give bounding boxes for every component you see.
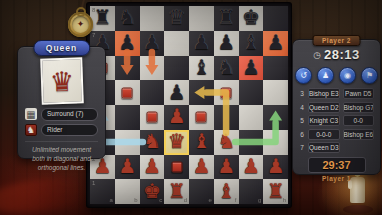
square-e5[interactable] [189, 80, 214, 105]
square-h6[interactable] [263, 56, 288, 81]
square-f5[interactable] [214, 80, 239, 105]
square-c6[interactable] [140, 56, 165, 81]
square-g1[interactable]: g [239, 179, 264, 204]
square-b6[interactable] [115, 56, 140, 81]
move-white: Queen D2 [308, 102, 340, 113]
game-screen: ✦ ♜8♞♛♜♚♟7♟♟♟♟♝♟6♝♞♟5♟4♟3♞♛♝♞♟2♟♟♟♟♟♟1ab… [0, 0, 382, 215]
flag-button[interactable]: ⚑ [361, 67, 378, 84]
square-e7[interactable]: ♟ [189, 31, 214, 56]
square-h5[interactable] [263, 80, 288, 105]
square-c8[interactable] [140, 6, 165, 31]
square-g2[interactable]: ♟ [239, 155, 264, 180]
file-label-b: b [134, 197, 137, 203]
square-c3[interactable]: ♞ [140, 130, 165, 155]
file-label-d: d [184, 197, 187, 203]
square-g4[interactable] [239, 105, 264, 130]
rank-label-1: 1 [92, 180, 95, 186]
move-number: 4 [299, 104, 305, 111]
square-f2[interactable]: ♟ [214, 155, 239, 180]
square-f4[interactable] [214, 105, 239, 130]
square-h7[interactable]: ♟ [263, 31, 288, 56]
square-g3[interactable] [239, 130, 264, 155]
game-side-panel: Player 2 ◷ 28:13 ↺♟◉⚑ 3Bishop E3Pawn D54… [292, 39, 381, 175]
square-e2[interactable]: ♟ [189, 155, 214, 180]
square-d2[interactable] [164, 155, 189, 180]
red-pawn-d4: ♟ [168, 106, 186, 126]
square-c7[interactable]: ♟ [140, 31, 165, 56]
file-label-h: h [283, 197, 286, 203]
view-button[interactable]: ◉ [339, 67, 356, 84]
player2-label: Player 2 [312, 35, 361, 46]
move-row-7: 7Queen D3 [299, 142, 374, 153]
square-g8[interactable]: ♚ [239, 6, 264, 31]
move-row-3: 3Bishop E3Pawn D5 [299, 88, 374, 99]
rider-icon: ♞ [25, 124, 37, 136]
move-list: 3Bishop E3Pawn D54Queen D2Bishop G75Knig… [299, 88, 374, 153]
compass-decoration: ✦ [68, 12, 93, 37]
square-g6[interactable]: ♟ [239, 56, 264, 81]
hint-button[interactable]: ♟ [317, 67, 334, 84]
square-b7[interactable]: ♟ [115, 31, 140, 56]
red-pawn-c2: ♟ [143, 156, 161, 176]
square-e1[interactable]: e [189, 179, 214, 204]
square-e8[interactable] [189, 6, 214, 31]
square-c2[interactable]: ♟ [140, 155, 165, 180]
file-label-e: e [208, 197, 211, 203]
move-number: 6 [299, 131, 305, 138]
square-e3[interactable]: ♝ [189, 130, 214, 155]
move-black: Bishop E6 [343, 129, 375, 140]
board-squares: ♜8♞♛♜♚♟7♟♟♟♟♝♟6♝♞♟5♟4♟3♞♛♝♞♟2♟♟♟♟♟♟1ab♚c… [90, 6, 288, 204]
piece-portrait: ♛ [40, 57, 84, 104]
player1-time: 29:37 [308, 157, 366, 173]
move-number: 5 [299, 117, 305, 124]
square-h2[interactable]: ♟ [263, 155, 288, 180]
red-king-c1: ♚ [143, 181, 161, 201]
square-d6[interactable] [164, 56, 189, 81]
square-d7[interactable] [164, 31, 189, 56]
red-queen-d3: ♛ [168, 131, 186, 151]
square-d5[interactable]: ♟ [164, 80, 189, 105]
move-white: Queen D3 [308, 142, 340, 153]
square-a1[interactable]: 1a [90, 179, 115, 204]
black-pawn-f7: ♟ [217, 32, 235, 52]
red-pawn-g2: ♟ [242, 156, 260, 176]
move-marker-c4 [146, 112, 157, 123]
square-a8[interactable]: ♜8 [90, 6, 115, 31]
square-f3[interactable]: ♞ [214, 130, 239, 155]
move-white: Bishop E3 [308, 88, 340, 99]
candle-holder [343, 205, 373, 214]
red-pawn-e2: ♟ [192, 156, 210, 176]
control-buttons: ↺♟◉⚑ [293, 67, 380, 84]
rank-label-7: 7 [92, 32, 95, 38]
move-white: Knight C3 [308, 115, 340, 126]
move-black: Pawn D5 [343, 88, 375, 99]
compass-face-icon: ✦ [72, 16, 89, 33]
square-c1[interactable]: ♚c [140, 179, 165, 204]
black-king-g8: ♚ [242, 7, 260, 27]
black-knight-b8: ♞ [118, 7, 136, 27]
red-pawn-b2: ♟ [118, 156, 136, 176]
square-b1[interactable]: b [115, 179, 140, 204]
square-b3[interactable] [115, 130, 140, 155]
clock-icon: ◷ [313, 50, 321, 60]
black-rook-a8: ♜ [93, 7, 111, 27]
black-rook-f8: ♜ [217, 7, 235, 27]
black-pawn-c7: ♟ [143, 32, 161, 52]
black-queen-d8: ♛ [168, 7, 186, 27]
square-h8[interactable] [263, 6, 288, 31]
red-bishop-f1: ♝ [217, 181, 235, 201]
player2-time: 28:13 [324, 47, 360, 62]
red-pawn-f2: ♟ [217, 156, 235, 176]
red-knight-c3: ♞ [143, 131, 161, 151]
square-b4[interactable] [115, 105, 140, 130]
square-h1[interactable]: ♜h [263, 179, 288, 204]
square-f1[interactable]: ♝f [214, 179, 239, 204]
square-b8[interactable]: ♞ [115, 6, 140, 31]
square-d4[interactable]: ♟ [164, 105, 189, 130]
square-e4[interactable] [189, 105, 214, 130]
red-bishop-e3: ♝ [192, 131, 210, 151]
ability-label: Rider [41, 124, 98, 137]
move-black: Bishop G7 [343, 102, 375, 113]
file-label-a: a [109, 197, 112, 203]
ability-label: Surround (7) [41, 108, 98, 121]
rank-label-8: 8 [92, 7, 95, 13]
move-row-4: 4Queen D2Bishop G7 [299, 102, 374, 113]
square-f7[interactable]: ♟ [214, 31, 239, 56]
move-row-5: 5Knight C30-0 [299, 115, 374, 126]
player1-label: Player 1 [293, 175, 380, 182]
move-marker-b5 [122, 87, 133, 98]
black-pawn-d5: ♟ [168, 82, 186, 102]
square-d3[interactable]: ♛ [164, 130, 189, 155]
ability-row-rider: ♞Rider [25, 124, 98, 137]
red-pawn-h2: ♟ [267, 156, 285, 176]
surround-icon: ▦ [25, 108, 37, 120]
square-f6[interactable]: ♞ [214, 56, 239, 81]
black-pawn-b7: ♟ [118, 32, 136, 52]
move-white: 0-0-0 [308, 129, 340, 140]
move-black: 0-0 [343, 115, 375, 126]
move-marker-e4 [196, 112, 207, 123]
move-marker-f5 [221, 87, 232, 98]
ability-row-surround: ▦Surround (7) [25, 108, 98, 121]
square-b2[interactable]: ♟ [115, 155, 140, 180]
black-pawn-g6: ♟ [242, 57, 260, 77]
piece-info-card: Queen ♛ ▦Surround (7)♞Rider Unlimited mo… [17, 46, 106, 159]
square-f8[interactable]: ♜ [214, 6, 239, 31]
square-d8[interactable]: ♛ [164, 6, 189, 31]
move-row-6: 60-0-0Bishop E6 [299, 129, 374, 140]
file-label-f: f [235, 197, 237, 203]
undo-button[interactable]: ↺ [295, 67, 312, 84]
black-bishop-e6: ♝ [192, 57, 210, 77]
square-d1[interactable]: ♜d [164, 179, 189, 204]
square-g5[interactable] [239, 80, 264, 105]
ability-list: ▦Surround (7)♞Rider [18, 108, 105, 136]
square-c4[interactable] [140, 105, 165, 130]
piece-card-title: Queen [33, 40, 90, 56]
square-h3[interactable] [263, 130, 288, 155]
square-g7[interactable]: ♝ [239, 31, 264, 56]
square-c5[interactable] [140, 80, 165, 105]
move-number: 3 [299, 90, 305, 97]
red-knight-f3: ♞ [217, 131, 235, 151]
square-b5[interactable] [115, 80, 140, 105]
chess-board-frame: ♜8♞♛♜♚♟7♟♟♟♟♝♟6♝♞♟5♟4♟3♞♛♝♞♟2♟♟♟♟♟♟1ab♚c… [87, 3, 291, 207]
file-label-c: c [159, 197, 162, 203]
black-knight-f6: ♞ [217, 57, 235, 77]
file-label-g: g [258, 197, 261, 203]
square-h4[interactable] [263, 105, 288, 130]
black-bishop-g7: ♝ [242, 32, 260, 52]
move-marker-d2 [171, 161, 182, 172]
queen-portrait-icon: ♛ [49, 65, 74, 97]
player2-clock: ◷ 28:13 [293, 47, 380, 62]
black-pawn-h7: ♟ [267, 32, 285, 52]
move-number: 7 [299, 144, 305, 151]
black-pawn-e7: ♟ [192, 32, 210, 52]
square-e6[interactable]: ♝ [189, 56, 214, 81]
piece-description: Unlimited movement both in diagonal and … [25, 141, 98, 172]
